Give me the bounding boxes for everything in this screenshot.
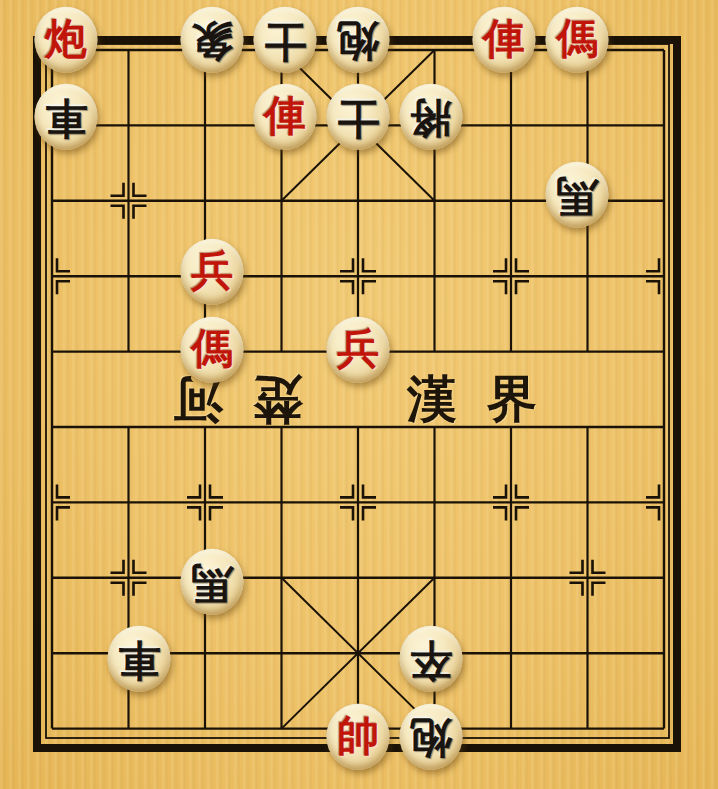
piece-black-horse-h3[interactable]: 馬 [546, 161, 609, 227]
piece-glyph: 車 [34, 84, 97, 150]
piece-red-chariot-d2[interactable]: 俥 [253, 84, 316, 150]
piece-glyph: 馬 [180, 549, 243, 615]
piece-black-horse-c8[interactable]: 馬 [180, 549, 243, 615]
piece-black-elephant-c1[interactable]: 象 [180, 6, 243, 72]
river-label-hanjie: 漢界 [407, 366, 567, 433]
piece-glyph: 馬 [546, 161, 609, 227]
piece-glyph: 兵 [327, 316, 390, 382]
piece-glyph: 車 [107, 626, 170, 692]
piece-black-chariot-a2[interactable]: 車 [34, 84, 97, 150]
piece-black-soldier-f9[interactable]: 卒 [400, 626, 463, 692]
piece-red-horse-h1[interactable]: 傌 [546, 6, 609, 72]
piece-glyph: 士 [327, 84, 390, 150]
piece-black-advisor-e2[interactable]: 士 [327, 84, 390, 150]
piece-black-cannon-e1[interactable]: 炮 [327, 6, 390, 72]
piece-glyph: 炮 [400, 703, 463, 769]
piece-red-horse-c5[interactable]: 傌 [180, 316, 243, 382]
piece-glyph: 士 [253, 6, 316, 72]
piece-glyph: 炮 [327, 6, 390, 72]
piece-black-cannon-f10[interactable]: 炮 [400, 703, 463, 769]
piece-glyph: 傌 [546, 6, 609, 72]
piece-red-soldier-e5[interactable]: 兵 [327, 316, 390, 382]
piece-glyph: 俥 [253, 84, 316, 150]
piece-red-cannon-a1[interactable]: 炮 [34, 6, 97, 72]
piece-black-general-f2[interactable]: 將 [400, 84, 463, 150]
piece-glyph: 將 [400, 84, 463, 150]
piece-glyph: 俥 [473, 6, 536, 72]
piece-black-advisor-d1[interactable]: 士 [253, 6, 316, 72]
piece-red-general-e10[interactable]: 帥 [327, 703, 390, 769]
piece-black-chariot-b9[interactable]: 車 [107, 626, 170, 692]
piece-red-chariot-g1[interactable]: 俥 [473, 6, 536, 72]
piece-glyph: 卒 [400, 626, 463, 692]
piece-glyph: 帥 [327, 703, 390, 769]
piece-red-soldier-c4[interactable]: 兵 [180, 239, 243, 305]
piece-glyph: 炮 [34, 6, 97, 72]
xiangqi-board: 楚河 漢界 炮象士炮俥傌車俥士將馬兵傌兵馬車卒帥炮 [0, 0, 718, 789]
piece-glyph: 象 [180, 6, 243, 72]
piece-glyph: 傌 [180, 316, 243, 382]
piece-glyph: 兵 [180, 239, 243, 305]
